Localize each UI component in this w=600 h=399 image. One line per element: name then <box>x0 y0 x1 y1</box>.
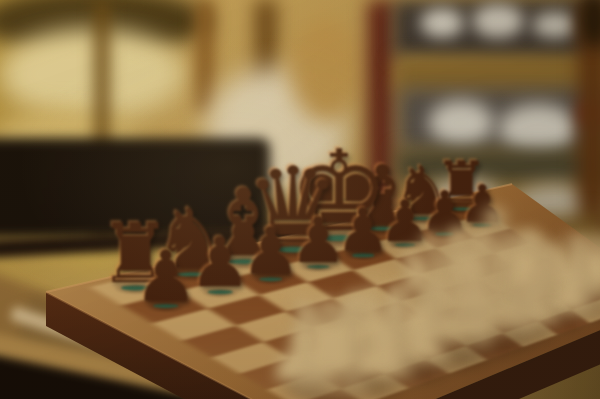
chess-shop-photo: ♜♞♝♛♚♝♞♜♟♟♟♟♟♟♟♟♟♟♟♟♟♟♟♟♜♞♝♛♚♝♞♜ chess <box>0 0 600 399</box>
